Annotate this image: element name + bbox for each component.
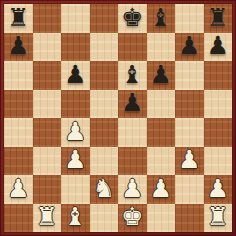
square-h6[interactable] (204, 61, 233, 90)
square-b5[interactable] (33, 90, 62, 119)
square-c5[interactable] (61, 90, 90, 119)
square-c6[interactable]: ♟ (61, 61, 90, 90)
black-king-e8[interactable]: ♚ (121, 5, 143, 30)
black-rook-a8[interactable]: ♜ (7, 5, 29, 30)
square-c8[interactable] (61, 4, 90, 33)
square-g3[interactable]: ♟ (175, 147, 204, 176)
square-b7[interactable] (33, 33, 62, 62)
black-pawn-a7[interactable]: ♟ (7, 33, 29, 58)
square-e4[interactable] (118, 118, 147, 147)
white-king-e1[interactable]: ♚ (121, 204, 143, 229)
square-d5[interactable] (90, 90, 119, 119)
white-knight-d2[interactable]: ♞ (93, 176, 115, 201)
square-b2[interactable] (33, 175, 62, 204)
black-bishop-f8[interactable]: ♝ (150, 5, 172, 30)
square-e8[interactable]: ♚ (118, 4, 147, 33)
square-g6[interactable] (175, 61, 204, 90)
square-e2[interactable]: ♟ (118, 175, 147, 204)
square-f7[interactable] (147, 33, 176, 62)
white-rook-b1[interactable]: ♜ (36, 204, 58, 229)
square-e5[interactable]: ♟ (118, 90, 147, 119)
chess-board-frame: ♜♚♝♜♟♟♟♟♝♟♟♟♟♟♟♞♟♟♟♜♝♚♜ (0, 0, 236, 236)
square-g4[interactable] (175, 118, 204, 147)
square-h5[interactable] (204, 90, 233, 119)
square-d1[interactable] (90, 204, 119, 233)
square-b1[interactable]: ♜ (33, 204, 62, 233)
black-pawn-h7[interactable]: ♟ (207, 33, 229, 58)
black-bishop-e6[interactable]: ♝ (121, 62, 143, 87)
square-h2[interactable]: ♟ (204, 175, 233, 204)
square-b4[interactable] (33, 118, 62, 147)
square-d3[interactable] (90, 147, 119, 176)
square-g2[interactable] (175, 175, 204, 204)
chess-board: ♜♚♝♜♟♟♟♟♝♟♟♟♟♟♟♞♟♟♟♜♝♚♜ (4, 4, 232, 232)
white-pawn-h2[interactable]: ♟ (207, 176, 229, 201)
square-f8[interactable]: ♝ (147, 4, 176, 33)
square-b6[interactable] (33, 61, 62, 90)
square-h3[interactable] (204, 147, 233, 176)
square-g8[interactable] (175, 4, 204, 33)
black-pawn-c6[interactable]: ♟ (64, 62, 86, 87)
black-rook-h8[interactable]: ♜ (207, 5, 229, 30)
square-a3[interactable] (4, 147, 33, 176)
square-f1[interactable] (147, 204, 176, 233)
black-pawn-f6[interactable]: ♟ (150, 62, 172, 87)
square-c2[interactable] (61, 175, 90, 204)
square-a8[interactable]: ♜ (4, 4, 33, 33)
square-e7[interactable] (118, 33, 147, 62)
square-d6[interactable] (90, 61, 119, 90)
square-c3[interactable]: ♟ (61, 147, 90, 176)
black-pawn-e5[interactable]: ♟ (121, 90, 143, 115)
square-a1[interactable] (4, 204, 33, 233)
white-rook-h1[interactable]: ♜ (207, 204, 229, 229)
square-c4[interactable]: ♟ (61, 118, 90, 147)
white-bishop-c1[interactable]: ♝ (64, 204, 86, 229)
square-f2[interactable]: ♟ (147, 175, 176, 204)
square-a6[interactable] (4, 61, 33, 90)
square-a5[interactable] (4, 90, 33, 119)
black-pawn-g7[interactable]: ♟ (178, 33, 200, 58)
square-f5[interactable] (147, 90, 176, 119)
square-b3[interactable] (33, 147, 62, 176)
square-d8[interactable] (90, 4, 119, 33)
square-c7[interactable] (61, 33, 90, 62)
white-pawn-a2[interactable]: ♟ (7, 176, 29, 201)
square-a4[interactable] (4, 118, 33, 147)
square-h7[interactable]: ♟ (204, 33, 233, 62)
white-pawn-c3[interactable]: ♟ (64, 147, 86, 172)
white-pawn-c4[interactable]: ♟ (64, 119, 86, 144)
square-h4[interactable] (204, 118, 233, 147)
square-d7[interactable] (90, 33, 119, 62)
white-pawn-e2[interactable]: ♟ (121, 176, 143, 201)
square-h1[interactable]: ♜ (204, 204, 233, 233)
square-e3[interactable] (118, 147, 147, 176)
square-e1[interactable]: ♚ (118, 204, 147, 233)
square-d2[interactable]: ♞ (90, 175, 119, 204)
square-b8[interactable] (33, 4, 62, 33)
square-g5[interactable] (175, 90, 204, 119)
square-e6[interactable]: ♝ (118, 61, 147, 90)
square-f6[interactable]: ♟ (147, 61, 176, 90)
square-g1[interactable] (175, 204, 204, 233)
square-a7[interactable]: ♟ (4, 33, 33, 62)
square-f4[interactable] (147, 118, 176, 147)
square-h8[interactable]: ♜ (204, 4, 233, 33)
square-g7[interactable]: ♟ (175, 33, 204, 62)
square-f3[interactable] (147, 147, 176, 176)
square-c1[interactable]: ♝ (61, 204, 90, 233)
square-a2[interactable]: ♟ (4, 175, 33, 204)
white-pawn-f2[interactable]: ♟ (150, 176, 172, 201)
white-pawn-g3[interactable]: ♟ (178, 147, 200, 172)
square-d4[interactable] (90, 118, 119, 147)
